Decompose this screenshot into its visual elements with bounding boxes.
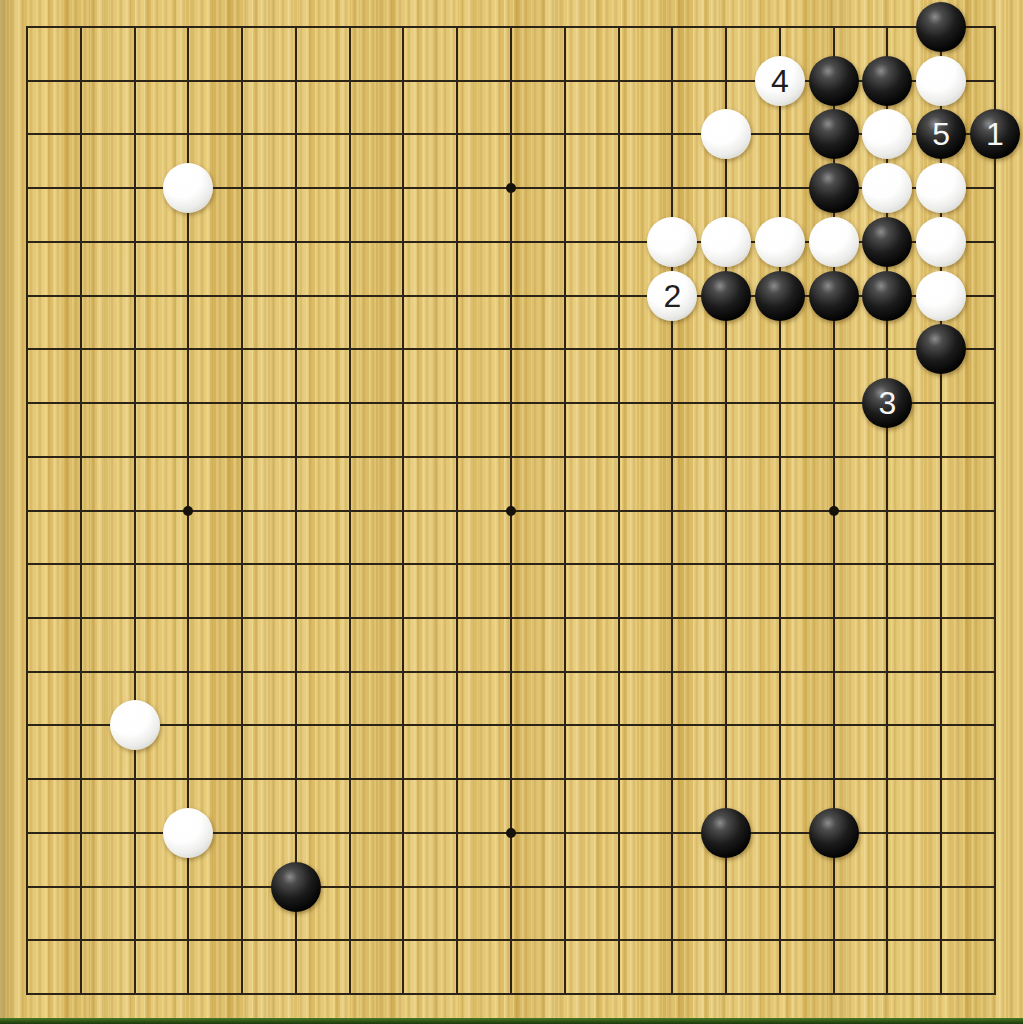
white-stone bbox=[701, 109, 751, 159]
grid-line-horizontal bbox=[26, 671, 996, 673]
screen: 45123 bbox=[0, 0, 1023, 1024]
black-stone bbox=[755, 271, 805, 321]
black-stone bbox=[862, 271, 912, 321]
go-board[interactable]: 45123 bbox=[0, 0, 1023, 1024]
grid-line-vertical bbox=[618, 26, 620, 995]
white-stone bbox=[862, 163, 912, 213]
black-stone bbox=[862, 217, 912, 267]
white-stone bbox=[163, 808, 213, 858]
white-stone bbox=[809, 217, 859, 267]
black-stone bbox=[809, 271, 859, 321]
white-stone bbox=[916, 163, 966, 213]
black-stone bbox=[916, 324, 966, 374]
black-stone: 5 bbox=[916, 109, 966, 159]
star-point bbox=[829, 506, 839, 516]
table-edge-strip bbox=[0, 1018, 1023, 1024]
white-stone bbox=[916, 271, 966, 321]
grid-line-vertical bbox=[671, 26, 673, 995]
grid-line-horizontal bbox=[26, 939, 996, 941]
star-point bbox=[506, 183, 516, 193]
grid-line-horizontal bbox=[26, 993, 996, 995]
star-point bbox=[183, 506, 193, 516]
black-stone bbox=[809, 808, 859, 858]
white-stone: 2 bbox=[647, 271, 697, 321]
white-stone bbox=[110, 700, 160, 750]
black-stone bbox=[862, 56, 912, 106]
grid-line-vertical bbox=[564, 26, 566, 995]
white-stone bbox=[916, 56, 966, 106]
white-stone bbox=[647, 217, 697, 267]
move-number: 5 bbox=[932, 118, 950, 150]
black-stone: 3 bbox=[862, 378, 912, 428]
white-stone bbox=[163, 163, 213, 213]
black-stone bbox=[271, 862, 321, 912]
star-point bbox=[506, 506, 516, 516]
move-number: 1 bbox=[986, 118, 1004, 150]
white-stone bbox=[701, 217, 751, 267]
white-stone bbox=[916, 217, 966, 267]
grid-line-horizontal bbox=[26, 724, 996, 726]
grid-line-horizontal bbox=[26, 563, 996, 565]
grid-line-vertical bbox=[994, 26, 996, 995]
move-number: 3 bbox=[879, 387, 897, 419]
black-stone bbox=[809, 109, 859, 159]
grid-line-horizontal bbox=[26, 778, 996, 780]
move-number: 2 bbox=[663, 280, 681, 312]
star-point bbox=[506, 828, 516, 838]
black-stone bbox=[809, 56, 859, 106]
black-stone bbox=[809, 163, 859, 213]
black-stone: 1 bbox=[970, 109, 1020, 159]
grid-line-horizontal bbox=[26, 886, 996, 888]
black-stone bbox=[701, 808, 751, 858]
white-stone bbox=[862, 109, 912, 159]
grid-line-vertical bbox=[779, 26, 781, 995]
black-stone bbox=[916, 2, 966, 52]
white-stone bbox=[755, 217, 805, 267]
move-number: 4 bbox=[771, 65, 789, 97]
white-stone: 4 bbox=[755, 56, 805, 106]
black-stone bbox=[701, 271, 751, 321]
grid-line-horizontal bbox=[26, 617, 996, 619]
